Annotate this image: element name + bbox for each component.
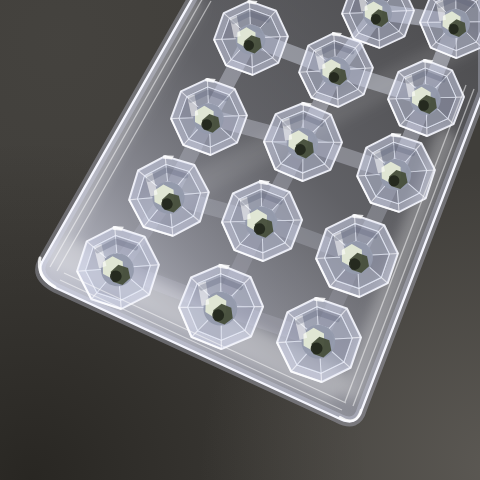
mold-photo-svg — [0, 0, 480, 480]
chocolate-mold-photo — [0, 0, 480, 480]
